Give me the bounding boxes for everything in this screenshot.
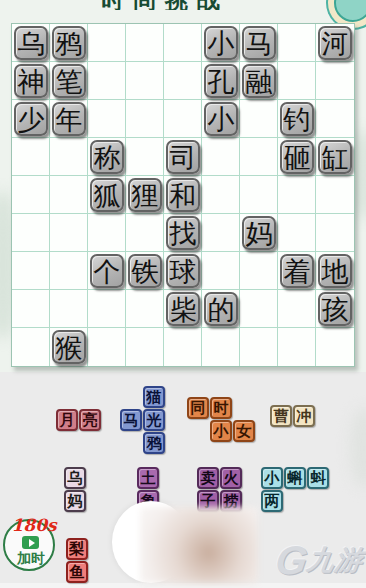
board-cell	[126, 328, 164, 366]
board-cell	[240, 290, 278, 328]
tray-tile-梨[interactable]: 梨	[66, 538, 88, 560]
tray-tile-女[interactable]: 女	[233, 420, 255, 442]
app-screen: 时间挑战 乌鸦小马河神笔孔融少年小钓称司砸缸狐狸和找妈个铁球着地柴的孩猴 180…	[0, 0, 366, 588]
add-time-label: 加时	[5, 550, 57, 568]
board-tile-猴[interactable]: 猴	[52, 330, 86, 364]
tray-tile-鱼[interactable]: 鱼	[66, 561, 88, 583]
board-cell	[278, 176, 316, 214]
board-tile-狐[interactable]: 狐	[90, 178, 124, 212]
board-cell	[202, 328, 240, 366]
board-cell	[240, 138, 278, 176]
board-cell	[164, 24, 202, 62]
board-cell	[50, 138, 88, 176]
tray-tile-马[interactable]: 马	[120, 409, 142, 431]
board-cell	[12, 252, 50, 290]
board-tile-融[interactable]: 融	[242, 64, 276, 98]
tray-tile-鸦[interactable]: 鸦	[143, 432, 165, 454]
board-cell	[164, 328, 202, 366]
board-tile-神[interactable]: 神	[14, 64, 48, 98]
board-cell	[50, 214, 88, 252]
tray-tile-两[interactable]: 两	[261, 490, 283, 512]
board-cell	[240, 176, 278, 214]
board-cell	[278, 62, 316, 100]
tray-tile-同[interactable]: 同	[187, 397, 209, 419]
board-cell	[278, 24, 316, 62]
board-tile-地[interactable]: 地	[318, 254, 352, 288]
board-cell	[164, 100, 202, 138]
board-tile-少[interactable]: 少	[14, 102, 48, 136]
video-ad-icon	[22, 536, 39, 549]
tray-tile-时[interactable]: 时	[210, 397, 232, 419]
board-cell	[12, 176, 50, 214]
board-cell	[202, 176, 240, 214]
badge-inner-circle	[334, 0, 366, 22]
board-cell	[240, 100, 278, 138]
board-tile-司[interactable]: 司	[166, 140, 200, 174]
board-cell	[88, 214, 126, 252]
board-tile-找[interactable]: 找	[166, 216, 200, 250]
board-tile-小[interactable]: 小	[204, 26, 238, 60]
watermark-text: 九游	[305, 542, 366, 578]
board-cell	[126, 100, 164, 138]
cropped-level-title: 时间挑战	[101, 0, 261, 10]
board-tile-年[interactable]: 年	[52, 102, 86, 136]
board-cell	[164, 62, 202, 100]
board-tile-钓[interactable]: 钓	[280, 102, 314, 136]
tray-tile-月[interactable]: 月	[56, 409, 78, 431]
board-tile-铁[interactable]: 铁	[128, 254, 162, 288]
board-cell	[316, 176, 354, 214]
board-cell	[126, 62, 164, 100]
board-cell	[126, 138, 164, 176]
tray-tile-光[interactable]: 光	[143, 409, 165, 431]
board-tile-孩[interactable]: 孩	[318, 292, 352, 326]
board-cell	[316, 100, 354, 138]
board-cell	[278, 290, 316, 328]
board-tile-缸[interactable]: 缸	[318, 140, 352, 174]
board-cell	[12, 290, 50, 328]
board-tile-河[interactable]: 河	[318, 26, 352, 60]
tray-tile-冲[interactable]: 冲	[293, 405, 315, 427]
board-cell	[202, 252, 240, 290]
board-cell	[88, 328, 126, 366]
board-cell	[316, 328, 354, 366]
board-cell	[126, 214, 164, 252]
board-cell	[202, 138, 240, 176]
board-cell	[316, 214, 354, 252]
board-tile-马[interactable]: 马	[242, 26, 276, 60]
board-tile-球[interactable]: 球	[166, 254, 200, 288]
board-cell	[88, 100, 126, 138]
board-cell	[50, 176, 88, 214]
board-tile-小[interactable]: 小	[204, 102, 238, 136]
board-cell	[88, 24, 126, 62]
board-cell	[12, 138, 50, 176]
tray-tile-猫[interactable]: 猫	[143, 386, 165, 408]
juiyou-watermark-logo: G九游	[272, 534, 366, 586]
board-cell	[126, 24, 164, 62]
timer-seconds-label: 180s	[7, 515, 61, 535]
board-cell	[126, 290, 164, 328]
board-cell	[88, 62, 126, 100]
tray-tile-土[interactable]: 土	[137, 467, 159, 489]
tray-tile-蚪[interactable]: 蚪	[307, 467, 329, 489]
board-tile-鸦[interactable]: 鸦	[52, 26, 86, 60]
board-cell	[12, 328, 50, 366]
tray-tile-小[interactable]: 小	[261, 467, 283, 489]
board-cell	[278, 328, 316, 366]
play-triangle-icon	[29, 539, 35, 547]
tray-tile-乌[interactable]: 乌	[64, 467, 86, 489]
blurred-overlay-region	[140, 507, 258, 583]
board-cell	[88, 290, 126, 328]
board-tile-柴[interactable]: 柴	[166, 292, 200, 326]
tray-tile-亮[interactable]: 亮	[79, 409, 101, 431]
tray-tile-曹[interactable]: 曹	[270, 405, 292, 427]
board-tile-个[interactable]: 个	[90, 254, 124, 288]
board-cell	[316, 62, 354, 100]
board-tile-砸[interactable]: 砸	[280, 140, 314, 174]
board-tile-的[interactable]: 的	[204, 292, 238, 326]
tray-tile-小[interactable]: 小	[210, 420, 232, 442]
board-cell	[240, 252, 278, 290]
board-cell	[240, 328, 278, 366]
tray-tile-蝌[interactable]: 蝌	[284, 467, 306, 489]
tray-tile-火[interactable]: 火	[220, 467, 242, 489]
board-tile-孔[interactable]: 孔	[204, 64, 238, 98]
board-cell	[202, 214, 240, 252]
board-cell	[278, 214, 316, 252]
board-cell	[12, 214, 50, 252]
tray-tile-妈[interactable]: 妈	[64, 490, 86, 512]
puzzle-board: 乌鸦小马河神笔孔融少年小钓称司砸缸狐狸和找妈个铁球着地柴的孩猴	[11, 23, 355, 367]
board-tile-狸[interactable]: 狸	[128, 178, 162, 212]
board-tile-笔[interactable]: 笔	[52, 64, 86, 98]
board-cell	[50, 252, 88, 290]
board-tile-乌[interactable]: 乌	[14, 26, 48, 60]
board-tile-妈[interactable]: 妈	[242, 216, 276, 250]
add-time-button[interactable]: 180s 加时	[3, 519, 55, 571]
board-tile-和[interactable]: 和	[166, 178, 200, 212]
watercolor-smudge-right-low	[350, 408, 366, 488]
tray-tile-卖[interactable]: 卖	[197, 467, 219, 489]
board-tile-着[interactable]: 着	[280, 254, 314, 288]
board-cell	[50, 290, 88, 328]
board-tile-称[interactable]: 称	[90, 140, 124, 174]
